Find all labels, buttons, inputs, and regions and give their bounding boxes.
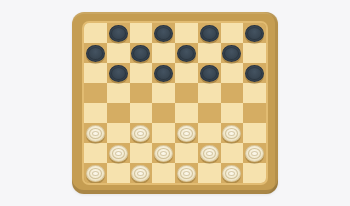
square-r3c3: [130, 63, 153, 83]
checker-piece-dark[interactable]: [200, 25, 219, 42]
app-background: [0, 0, 350, 206]
square-r2c5[interactable]: [175, 43, 198, 63]
square-r7c8[interactable]: [243, 143, 266, 163]
square-r1c3: [130, 23, 153, 43]
square-r5c4[interactable]: [152, 103, 175, 123]
square-r5c1: [84, 103, 107, 123]
square-r1c4[interactable]: [152, 23, 175, 43]
square-r4c7[interactable]: [221, 83, 244, 103]
square-r4c3[interactable]: [130, 83, 153, 103]
square-r6c5[interactable]: [175, 123, 198, 143]
square-r1c1: [84, 23, 107, 43]
square-r5c7: [221, 103, 244, 123]
checker-piece-light[interactable]: [131, 125, 150, 142]
square-r3c1: [84, 63, 107, 83]
checker-piece-dark[interactable]: [86, 45, 105, 62]
checker-piece-dark[interactable]: [245, 65, 264, 82]
square-r3c5: [175, 63, 198, 83]
square-r6c4: [152, 123, 175, 143]
checkers-board-frame: [72, 12, 278, 194]
checker-piece-light[interactable]: [177, 125, 196, 142]
square-r5c6[interactable]: [198, 103, 221, 123]
checker-piece-dark[interactable]: [177, 45, 196, 62]
square-r5c5: [175, 103, 198, 123]
square-r6c8: [243, 123, 266, 143]
square-r3c4[interactable]: [152, 63, 175, 83]
square-r6c2: [107, 123, 130, 143]
checker-piece-light[interactable]: [109, 145, 128, 162]
square-r4c4: [152, 83, 175, 103]
square-r8c7[interactable]: [221, 163, 244, 183]
square-r5c8[interactable]: [243, 103, 266, 123]
checker-piece-light[interactable]: [131, 165, 150, 182]
checkers-board: [84, 23, 266, 183]
square-r8c1[interactable]: [84, 163, 107, 183]
checker-piece-light[interactable]: [222, 165, 241, 182]
square-r7c1: [84, 143, 107, 163]
checker-piece-light[interactable]: [200, 145, 219, 162]
square-r8c3[interactable]: [130, 163, 153, 183]
square-r8c4: [152, 163, 175, 183]
square-r8c2: [107, 163, 130, 183]
square-r6c7[interactable]: [221, 123, 244, 143]
square-r7c2[interactable]: [107, 143, 130, 163]
square-r4c6: [198, 83, 221, 103]
square-r2c4: [152, 43, 175, 63]
square-r4c2: [107, 83, 130, 103]
square-r3c6[interactable]: [198, 63, 221, 83]
square-r1c5: [175, 23, 198, 43]
square-r2c3[interactable]: [130, 43, 153, 63]
square-r8c8: [243, 163, 266, 183]
square-r1c7: [221, 23, 244, 43]
square-r2c7[interactable]: [221, 43, 244, 63]
checker-piece-dark[interactable]: [245, 25, 264, 42]
square-r7c5: [175, 143, 198, 163]
checker-piece-dark[interactable]: [109, 25, 128, 42]
checker-piece-light[interactable]: [86, 125, 105, 142]
square-r7c7: [221, 143, 244, 163]
square-r8c5[interactable]: [175, 163, 198, 183]
square-r3c8[interactable]: [243, 63, 266, 83]
square-r1c6[interactable]: [198, 23, 221, 43]
square-r6c1[interactable]: [84, 123, 107, 143]
board-grid: [84, 23, 266, 183]
square-r6c3[interactable]: [130, 123, 153, 143]
square-r3c2[interactable]: [107, 63, 130, 83]
square-r7c6[interactable]: [198, 143, 221, 163]
square-r2c6: [198, 43, 221, 63]
square-r6c6: [198, 123, 221, 143]
square-r8c6: [198, 163, 221, 183]
checker-piece-dark[interactable]: [109, 65, 128, 82]
square-r3c7: [221, 63, 244, 83]
checker-piece-light[interactable]: [177, 165, 196, 182]
checker-piece-dark[interactable]: [131, 45, 150, 62]
checker-piece-dark[interactable]: [222, 45, 241, 62]
square-r2c2: [107, 43, 130, 63]
checker-piece-dark[interactable]: [154, 25, 173, 42]
square-r7c3: [130, 143, 153, 163]
square-r5c3: [130, 103, 153, 123]
square-r4c1[interactable]: [84, 83, 107, 103]
square-r2c8: [243, 43, 266, 63]
square-r4c8: [243, 83, 266, 103]
checker-piece-dark[interactable]: [200, 65, 219, 82]
square-r4c5[interactable]: [175, 83, 198, 103]
checker-piece-light[interactable]: [86, 165, 105, 182]
square-r1c2[interactable]: [107, 23, 130, 43]
checker-piece-dark[interactable]: [154, 65, 173, 82]
square-r5c2[interactable]: [107, 103, 130, 123]
square-r7c4[interactable]: [152, 143, 175, 163]
square-r1c8[interactable]: [243, 23, 266, 43]
checker-piece-light[interactable]: [222, 125, 241, 142]
checker-piece-light[interactable]: [154, 145, 173, 162]
checker-piece-light[interactable]: [245, 145, 264, 162]
square-r2c1[interactable]: [84, 43, 107, 63]
